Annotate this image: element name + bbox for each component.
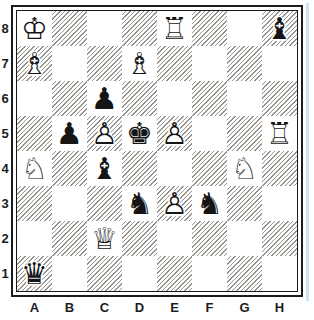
bishop-glyph: ♗ [122,46,157,81]
square-g3 [227,186,262,221]
square-e3: ♟♙ [157,186,192,221]
square-c5: ♟♙ [87,116,122,151]
square-b7 [52,46,87,81]
square-f8 [192,11,227,46]
square-f6 [192,81,227,116]
square-b2 [52,221,87,256]
square-f2 [192,221,227,256]
square-h7 [262,46,297,81]
white-queen-c2: ♛♕ [87,221,122,256]
square-b5: ♟♟ [52,116,87,151]
square-g5 [227,116,262,151]
square-e4 [157,151,192,186]
rank-label-6: 6 [0,81,10,116]
rank-label-8: 8 [0,11,10,46]
black-pawn-c6: ♟♟ [87,81,122,116]
square-c4: ♝♝ [87,151,122,186]
square-e2 [157,221,192,256]
square-f1 [192,256,227,291]
file-label-b: B [52,300,87,316]
rank-label-2: 2 [0,221,10,256]
chess-board: ♚♔♜♖♝♝♝♗♝♗♟♟♟♟♟♙♚♚♟♙♜♖♞♘♝♝♞♘♞♞♟♙♞♞♛♕♛♛ [17,11,297,291]
pawn-glyph: ♙ [157,116,192,151]
square-a2 [17,221,52,256]
square-h3 [262,186,297,221]
pawn-glyph: ♟ [87,81,122,116]
square-g1 [227,256,262,291]
queen-glyph: ♕ [87,221,122,256]
square-g4: ♞♘ [227,151,262,186]
square-e1 [157,256,192,291]
square-d4 [122,151,157,186]
black-bishop-c4: ♝♝ [87,151,122,186]
rank-label-4: 4 [0,151,10,186]
square-e6 [157,81,192,116]
square-c6: ♟♟ [87,81,122,116]
square-f7 [192,46,227,81]
rook-glyph: ♖ [157,11,192,46]
rank-label-1: 1 [0,256,10,291]
square-b3 [52,186,87,221]
square-c7 [87,46,122,81]
square-d2 [122,221,157,256]
white-king-a8: ♚♔ [17,11,52,46]
square-h4 [262,151,297,186]
scan-artifact-right-edge [306,3,309,301]
pawn-glyph: ♙ [157,186,192,221]
knight-glyph: ♘ [227,151,262,186]
square-g6 [227,81,262,116]
pawn-glyph: ♙ [87,116,122,151]
square-a6 [17,81,52,116]
black-knight-d3: ♞♞ [122,186,157,221]
black-queen-a1: ♛♛ [17,256,52,291]
black-king-d5: ♚♚ [122,116,157,151]
square-d5: ♚♚ [122,116,157,151]
file-label-e: E [157,300,192,316]
square-d6 [122,81,157,116]
rank-label-5: 5 [0,116,10,151]
white-rook-h5: ♜♖ [262,116,297,151]
black-bishop-h8: ♝♝ [262,11,297,46]
square-b8 [52,11,87,46]
bishop-glyph: ♝ [87,151,122,186]
white-pawn-e3: ♟♙ [157,186,192,221]
chess-diagram-page: 87654321 ♚♔♜♖♝♝♝♗♝♗♟♟♟♟♟♙♚♚♟♙♜♖♞♘♝♝♞♘♞♞♟… [0,0,314,320]
knight-glyph: ♞ [122,186,157,221]
square-f4 [192,151,227,186]
black-knight-f3: ♞♞ [192,186,227,221]
king-glyph: ♔ [17,11,52,46]
board-frame: ♚♔♜♖♝♝♝♗♝♗♟♟♟♟♟♙♚♚♟♙♜♖♞♘♝♝♞♘♞♞♟♙♞♞♛♕♛♛ [11,5,303,297]
white-bishop-d7: ♝♗ [122,46,157,81]
square-b4 [52,151,87,186]
square-a3 [17,186,52,221]
board-inner-border: ♚♔♜♖♝♝♝♗♝♗♟♟♟♟♟♙♚♚♟♙♜♖♞♘♝♝♞♘♞♞♟♙♞♞♛♕♛♛ [16,10,298,292]
square-a5 [17,116,52,151]
knight-glyph: ♞ [192,186,227,221]
queen-glyph: ♛ [17,256,52,291]
rank-label-3: 3 [0,186,10,221]
square-h1 [262,256,297,291]
square-a7: ♝♗ [17,46,52,81]
square-e7 [157,46,192,81]
square-h8: ♝♝ [262,11,297,46]
square-b6 [52,81,87,116]
bishop-glyph: ♝ [262,11,297,46]
square-d8 [122,11,157,46]
white-knight-g4: ♞♘ [227,151,262,186]
rook-glyph: ♖ [262,116,297,151]
king-glyph: ♚ [122,116,157,151]
file-label-g: G [227,300,262,316]
white-bishop-a7: ♝♗ [17,46,52,81]
square-c2: ♛♕ [87,221,122,256]
file-label-a: A [17,300,52,316]
square-a4: ♞♘ [17,151,52,186]
file-label-f: F [192,300,227,316]
white-pawn-e5: ♟♙ [157,116,192,151]
square-a8: ♚♔ [17,11,52,46]
white-pawn-c5: ♟♙ [87,116,122,151]
square-d3: ♞♞ [122,186,157,221]
white-knight-a4: ♞♘ [17,151,52,186]
square-c8 [87,11,122,46]
square-g8 [227,11,262,46]
square-f3: ♞♞ [192,186,227,221]
square-b1 [52,256,87,291]
file-label-c: C [87,300,122,316]
square-c1 [87,256,122,291]
file-label-d: D [122,300,157,316]
pawn-glyph: ♟ [52,116,87,151]
square-g2 [227,221,262,256]
black-pawn-b5: ♟♟ [52,116,87,151]
square-c3 [87,186,122,221]
square-h2 [262,221,297,256]
square-d7: ♝♗ [122,46,157,81]
bishop-glyph: ♗ [17,46,52,81]
file-label-h: H [262,300,297,316]
rank-label-7: 7 [0,46,10,81]
square-e5: ♟♙ [157,116,192,151]
square-h6 [262,81,297,116]
square-f5 [192,116,227,151]
square-g7 [227,46,262,81]
knight-glyph: ♘ [17,151,52,186]
square-d1 [122,256,157,291]
white-rook-e8: ♜♖ [157,11,192,46]
square-a1: ♛♛ [17,256,52,291]
square-e8: ♜♖ [157,11,192,46]
square-h5: ♜♖ [262,116,297,151]
